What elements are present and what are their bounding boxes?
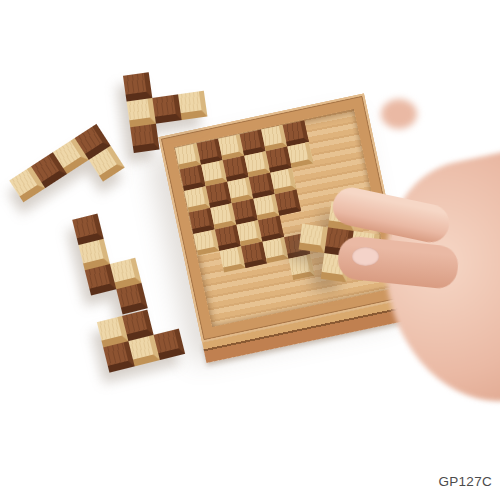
piece-l-shape[interactable]: [9, 124, 125, 224]
piece-cube-dark[interactable]: [152, 94, 181, 123]
board-cube-light[interactable]: [287, 142, 313, 168]
board-cube-dark[interactable]: [275, 190, 301, 216]
piece-cube-dark[interactable]: [154, 329, 186, 361]
piece-cube-light[interactable]: [321, 253, 350, 282]
piece-cube-dark[interactable]: [324, 227, 353, 256]
piece-cube-light[interactable]: [350, 231, 379, 260]
piece-cube-light[interactable]: [328, 202, 357, 231]
piece-s-shape[interactable]: [72, 207, 148, 320]
piece-t-shape[interactable]: [123, 65, 211, 153]
piece-plus-shape[interactable]: [295, 198, 383, 286]
piece-cube-dark[interactable]: [123, 72, 152, 101]
product-code: GP127C: [438, 474, 492, 489]
piece-cube-light[interactable]: [178, 91, 207, 120]
photo-scene: GP127C: [0, 0, 500, 500]
middle-fingertip: [381, 99, 417, 129]
piece-cube-light[interactable]: [299, 224, 328, 253]
piece-cube-dark[interactable]: [130, 124, 159, 153]
piece-cube-light[interactable]: [127, 98, 156, 127]
